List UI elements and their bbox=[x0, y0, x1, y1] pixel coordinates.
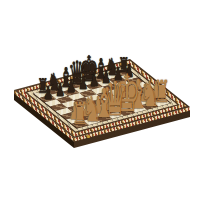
piece-black-pawn: ♟ bbox=[101, 68, 111, 86]
piece-white-queen: ♛ bbox=[102, 75, 127, 122]
piece-white-pawn: ♟ bbox=[127, 84, 140, 108]
piece-black-pawn: ♟ bbox=[124, 61, 134, 79]
piece-white-pawn: ♟ bbox=[80, 97, 93, 121]
piece-black-pawn: ♟ bbox=[89, 71, 99, 89]
piece-black-bishop: ♝ bbox=[93, 55, 108, 82]
piece-black-king: ♚ bbox=[79, 51, 98, 87]
piece-white-rook: ♜ bbox=[153, 77, 169, 108]
piece-white-pawn: ♟ bbox=[150, 78, 163, 102]
piece-white-pawn: ♟ bbox=[69, 100, 82, 124]
piece-black-pawn: ♟ bbox=[55, 80, 65, 98]
piece-white-pawn: ♟ bbox=[92, 94, 105, 118]
piece-black-pawn: ♟ bbox=[78, 74, 88, 92]
piece-black-knight: ♞ bbox=[48, 70, 61, 94]
pieces-layer: ♜♞♝♛♚♝♞♜♟♟♟♟♟♟♟♟♟♟♟♟♟♟♟♟♜♞♝♛♚♝♞♜ bbox=[0, 0, 200, 200]
piece-white-bishop: ♝ bbox=[128, 75, 149, 115]
piece-black-pawn: ♟ bbox=[113, 65, 123, 83]
piece-black-knight: ♞ bbox=[106, 55, 119, 79]
piece-black-bishop: ♝ bbox=[58, 64, 73, 91]
piece-white-knight: ♞ bbox=[140, 76, 159, 111]
piece-white-pawn: ♟ bbox=[138, 81, 151, 105]
piece-white-pawn: ♟ bbox=[103, 91, 116, 115]
piece-white-king: ♚ bbox=[113, 68, 141, 120]
piece-black-pawn: ♟ bbox=[43, 83, 53, 101]
brass-hinge-pin bbox=[87, 135, 90, 138]
chess-board: ♜♞♝♛♚♝♞♜♟♟♟♟♟♟♟♟♟♟♟♟♟♟♟♟♜♞♝♛♚♝♞♜ bbox=[0, 0, 200, 200]
piece-white-pawn: ♟ bbox=[115, 88, 128, 112]
piece-black-queen: ♛ bbox=[69, 57, 86, 89]
piece-black-rook: ♜ bbox=[118, 54, 129, 75]
piece-white-rook: ♜ bbox=[72, 98, 88, 129]
piece-white-knight: ♞ bbox=[82, 91, 101, 126]
chess-set-product-photo: ♜♞♝♛♚♝♞♜♟♟♟♟♟♟♟♟♟♟♟♟♟♟♟♟♜♞♝♛♚♝♞♜ bbox=[0, 0, 200, 200]
piece-black-pawn: ♟ bbox=[66, 77, 76, 95]
piece-black-rook: ♜ bbox=[37, 76, 48, 97]
piece-white-bishop: ♝ bbox=[93, 84, 114, 124]
